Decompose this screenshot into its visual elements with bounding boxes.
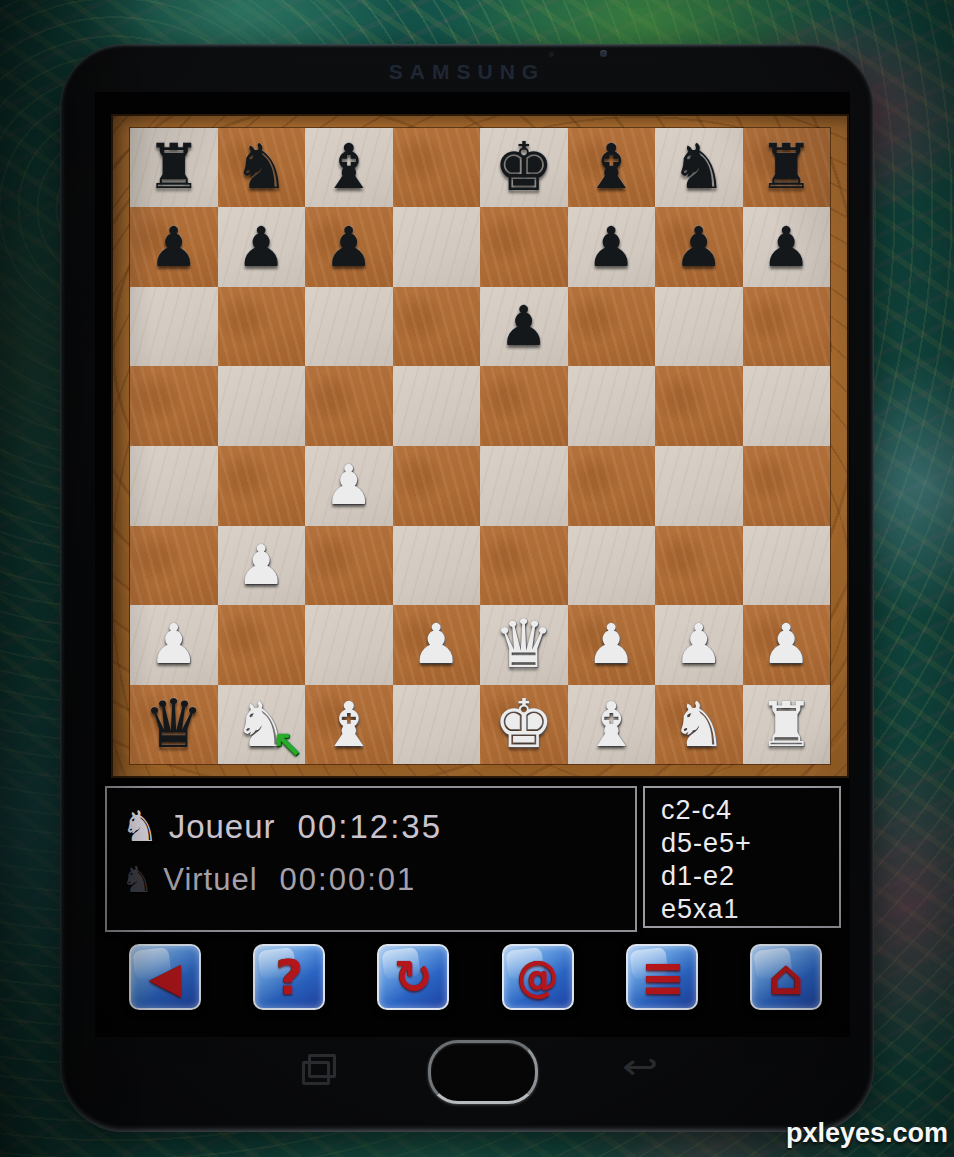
- piece-black-p-f7: ♟: [568, 207, 656, 287]
- piece-black-n-g8: ♞: [655, 128, 743, 208]
- chess-board-frame: ♜♞♝♚♝♞♜♟♟♟♟♟♟♟♟♟♟♟♛♟♟♟♛♞↖♝♚♝♞♜: [111, 114, 849, 778]
- square-g5[interactable]: [655, 366, 743, 446]
- piece-white-n-g1: ♞: [655, 685, 743, 765]
- home-button[interactable]: ⌂: [750, 944, 822, 1010]
- hint-button[interactable]: ?: [253, 944, 325, 1010]
- square-g1[interactable]: ♞: [655, 685, 743, 765]
- square-f4[interactable]: [568, 446, 656, 526]
- piece-white-p-d2: ♟: [393, 605, 481, 685]
- square-h8[interactable]: ♜: [743, 128, 831, 208]
- square-d5[interactable]: [393, 366, 481, 446]
- player-time: 00:12:35: [298, 808, 442, 846]
- square-d1[interactable]: [393, 685, 481, 765]
- square-h3[interactable]: [743, 526, 831, 606]
- square-g7[interactable]: ♟: [655, 207, 743, 287]
- analyze-icon: @: [504, 946, 572, 1008]
- square-c4[interactable]: ♟: [305, 446, 393, 526]
- square-e7[interactable]: [480, 207, 568, 287]
- piece-black-q-a1: ♛: [130, 685, 218, 765]
- tablet: SAMSUNG ♜♞♝♚♝♞♜♟♟♟♟♟♟♟♟♟♟♟♛♟♟♟♛♞↖♝♚♝♞♜ ♞…: [60, 44, 874, 1132]
- piece-white-k-e1: ♚: [480, 685, 568, 765]
- menu-icon: ≡: [628, 946, 696, 1008]
- piece-black-p-a7: ♟: [130, 207, 218, 287]
- move-entry: d1-e2: [661, 860, 839, 893]
- player-name: Joueur: [169, 808, 276, 846]
- piece-white-r-h1: ♜: [743, 685, 831, 765]
- square-b5[interactable]: [218, 366, 306, 446]
- square-c6[interactable]: [305, 287, 393, 367]
- square-c1[interactable]: ♝: [305, 685, 393, 765]
- square-f1[interactable]: ♝: [568, 685, 656, 765]
- square-a2[interactable]: ♟: [130, 605, 218, 685]
- square-b4[interactable]: [218, 446, 306, 526]
- cursor-arrow-icon: ↖: [272, 727, 303, 764]
- square-a7[interactable]: ♟: [130, 207, 218, 287]
- square-a8[interactable]: ♜: [130, 128, 218, 208]
- back-icon: ◀: [131, 946, 199, 1008]
- square-d4[interactable]: [393, 446, 481, 526]
- computer-clock-row: ♞ Virtuel 00:00:01: [107, 862, 635, 898]
- move-entry: c2-c4: [661, 794, 839, 827]
- square-b6[interactable]: [218, 287, 306, 367]
- square-f8[interactable]: ♝: [568, 128, 656, 208]
- square-b8[interactable]: ♞: [218, 128, 306, 208]
- square-e6[interactable]: ♟: [480, 287, 568, 367]
- computer-name: Virtuel: [163, 862, 257, 898]
- piece-white-p-f2: ♟: [568, 605, 656, 685]
- piece-black-n-b8: ♞: [218, 128, 306, 208]
- square-c8[interactable]: ♝: [305, 128, 393, 208]
- square-d8[interactable]: [393, 128, 481, 208]
- toolbar: ◀?↻@≡⌂: [129, 942, 822, 1012]
- square-g6[interactable]: [655, 287, 743, 367]
- square-f6[interactable]: [568, 287, 656, 367]
- piece-white-p-g2: ♟: [655, 605, 743, 685]
- front-camera: [600, 50, 607, 57]
- piece-white-p-b3: ♟: [218, 526, 306, 606]
- piece-black-p-h7: ♟: [743, 207, 831, 287]
- square-f5[interactable]: [568, 366, 656, 446]
- piece-white-b-f1: ♝: [568, 685, 656, 765]
- piece-white-q-e2: ♛: [480, 605, 568, 685]
- player-clock-row: ♞ Joueur 00:12:35: [107, 806, 635, 848]
- square-g4[interactable]: [655, 446, 743, 526]
- hint-icon: ?: [255, 946, 323, 1008]
- move-list: c2-c4d5-e5+d1-e2e5xa1: [643, 786, 841, 928]
- square-h1[interactable]: ♜: [743, 685, 831, 765]
- light-sensor-dot: [549, 52, 554, 57]
- back-hardware-button[interactable]: ↩: [616, 1050, 664, 1084]
- piece-black-p-b7: ♟: [218, 207, 306, 287]
- square-e2[interactable]: ♛: [480, 605, 568, 685]
- square-h7[interactable]: ♟: [743, 207, 831, 287]
- chess-board: ♜♞♝♚♝♞♜♟♟♟♟♟♟♟♟♟♟♟♛♟♟♟♛♞↖♝♚♝♞♜: [130, 128, 830, 765]
- square-e1[interactable]: ♚: [480, 685, 568, 765]
- watermark: pxleyes.com: [786, 1118, 948, 1149]
- square-c7[interactable]: ♟: [305, 207, 393, 287]
- computer-time: 00:00:01: [280, 862, 417, 898]
- square-f7[interactable]: ♟: [568, 207, 656, 287]
- square-c2[interactable]: [305, 605, 393, 685]
- square-d3[interactable]: [393, 526, 481, 606]
- square-c3[interactable]: [305, 526, 393, 606]
- square-e4[interactable]: [480, 446, 568, 526]
- square-a3[interactable]: [130, 526, 218, 606]
- photo-background: SAMSUNG ♜♞♝♚♝♞♜♟♟♟♟♟♟♟♟♟♟♟♛♟♟♟♛♞↖♝♚♝♞♜ ♞…: [0, 0, 954, 1157]
- menu-button[interactable]: ≡: [626, 944, 698, 1010]
- square-g3[interactable]: [655, 526, 743, 606]
- square-a1[interactable]: ♛: [130, 685, 218, 765]
- piece-black-p-e6: ♟: [480, 287, 568, 367]
- square-h2[interactable]: ♟: [743, 605, 831, 685]
- piece-black-p-c7: ♟: [305, 207, 393, 287]
- square-b2[interactable]: [218, 605, 306, 685]
- move-entry: e5xa1: [661, 893, 839, 926]
- app-screen: ♜♞♝♚♝♞♜♟♟♟♟♟♟♟♟♟♟♟♛♟♟♟♛♞↖♝♚♝♞♜ ♞ Joueur …: [95, 92, 850, 1037]
- home-icon: ⌂: [752, 946, 820, 1008]
- square-h4[interactable]: [743, 446, 831, 526]
- square-e8[interactable]: ♚: [480, 128, 568, 208]
- square-a5[interactable]: [130, 366, 218, 446]
- square-g2[interactable]: ♟: [655, 605, 743, 685]
- piece-white-p-h2: ♟: [743, 605, 831, 685]
- rotate-icon: ↻: [379, 946, 447, 1008]
- square-e5[interactable]: [480, 366, 568, 446]
- piece-black-b-c8: ♝: [305, 128, 393, 208]
- piece-black-k-e8: ♚: [480, 128, 568, 208]
- piece-black-p-g7: ♟: [655, 207, 743, 287]
- piece-black-r-a8: ♜: [130, 128, 218, 208]
- square-b7[interactable]: ♟: [218, 207, 306, 287]
- square-f3[interactable]: [568, 526, 656, 606]
- piece-white-p-c4: ♟: [305, 446, 393, 526]
- black-knight-icon: ♞: [121, 862, 153, 898]
- square-d6[interactable]: [393, 287, 481, 367]
- square-a6[interactable]: [130, 287, 218, 367]
- piece-black-r-h8: ♜: [743, 128, 831, 208]
- piece-white-b-c1: ♝: [305, 685, 393, 765]
- analyze-button[interactable]: @: [502, 944, 574, 1010]
- move-entry: d5-e5+: [661, 827, 839, 860]
- square-f2[interactable]: ♟: [568, 605, 656, 685]
- samsung-logo: SAMSUNG: [60, 60, 874, 84]
- recent-apps-button[interactable]: [302, 1054, 332, 1080]
- square-a4[interactable]: [130, 446, 218, 526]
- home-hardware-button[interactable]: [428, 1040, 538, 1104]
- square-b3[interactable]: ♟: [218, 526, 306, 606]
- back-button[interactable]: ◀: [129, 944, 201, 1010]
- square-g8[interactable]: ♞: [655, 128, 743, 208]
- square-c5[interactable]: [305, 366, 393, 446]
- square-h6[interactable]: [743, 287, 831, 367]
- white-knight-icon: ♞: [121, 806, 159, 848]
- square-d7[interactable]: [393, 207, 481, 287]
- piece-black-b-f8: ♝: [568, 128, 656, 208]
- square-h5[interactable]: [743, 366, 831, 446]
- square-d2[interactable]: ♟: [393, 605, 481, 685]
- square-e3[interactable]: [480, 526, 568, 606]
- clock-panel: ♞ Joueur 00:12:35 ♞ Virtuel 00:00:01: [105, 786, 637, 932]
- square-b1[interactable]: ♞↖: [218, 685, 306, 765]
- piece-white-p-a2: ♟: [130, 605, 218, 685]
- rotate-button[interactable]: ↻: [377, 944, 449, 1010]
